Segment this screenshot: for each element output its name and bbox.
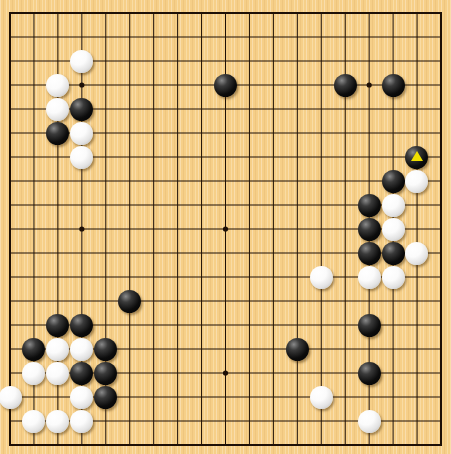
board-intersection [94, 361, 118, 385]
black-stone [358, 218, 381, 241]
board-intersection [70, 385, 94, 409]
board-intersection [213, 73, 237, 97]
white-stone [0, 386, 22, 409]
board-intersection [405, 145, 429, 169]
black-stone [22, 338, 45, 361]
board-intersection [381, 169, 405, 193]
go-board[interactable] [0, 0, 451, 454]
white-stone [405, 170, 428, 193]
board-intersection [357, 361, 381, 385]
black-stone [94, 338, 117, 361]
black-stone [382, 170, 405, 193]
black-stone [358, 242, 381, 265]
black-stone [382, 74, 405, 97]
black-stone [70, 362, 93, 385]
board-intersection [46, 97, 70, 121]
white-stone [70, 386, 93, 409]
board-intersection [381, 73, 405, 97]
white-stone [22, 362, 45, 385]
last-move-triangle-marker [411, 151, 423, 161]
black-stone [358, 362, 381, 385]
board-intersection [357, 241, 381, 265]
board-intersection [22, 337, 46, 361]
board-intersection [70, 313, 94, 337]
board-intersection [70, 97, 94, 121]
board-intersection [70, 361, 94, 385]
white-stone [310, 266, 333, 289]
board-intersection [22, 409, 46, 433]
board-intersection [22, 361, 46, 385]
board-intersection [118, 289, 142, 313]
board-intersection [381, 217, 405, 241]
board-intersection [46, 409, 70, 433]
board-intersection [405, 169, 429, 193]
black-stone [214, 74, 237, 97]
white-stone [382, 266, 405, 289]
black-stone [94, 386, 117, 409]
board-intersection [333, 73, 357, 97]
board-intersection [309, 265, 333, 289]
board-intersection [357, 409, 381, 433]
black-stone [286, 338, 309, 361]
board-intersection [70, 121, 94, 145]
board-intersection [357, 265, 381, 289]
black-stone [334, 74, 357, 97]
white-stone [46, 410, 69, 433]
board-intersection [357, 313, 381, 337]
white-stone [46, 74, 69, 97]
white-stone [70, 410, 93, 433]
white-stone [70, 50, 93, 73]
white-stone [22, 410, 45, 433]
board-intersection [94, 385, 118, 409]
black-stone [70, 314, 93, 337]
white-stone [46, 362, 69, 385]
white-stone [310, 386, 333, 409]
white-stone [46, 98, 69, 121]
black-stone [358, 314, 381, 337]
board-intersection [381, 193, 405, 217]
white-stone [405, 242, 428, 265]
white-stone [70, 122, 93, 145]
black-stone [358, 194, 381, 217]
board-intersection [405, 241, 429, 265]
board-intersection [46, 313, 70, 337]
board-intersection [46, 73, 70, 97]
board-intersection [357, 193, 381, 217]
black-stone [70, 98, 93, 121]
black-stone [382, 242, 405, 265]
board-intersection [70, 145, 94, 169]
board-intersection [285, 337, 309, 361]
board-intersection [46, 361, 70, 385]
board-intersection [46, 121, 70, 145]
board-intersection [46, 337, 70, 361]
board-intersection [357, 217, 381, 241]
board-intersection [381, 241, 405, 265]
white-stone [382, 194, 405, 217]
stones-layer [0, 1, 451, 454]
black-stone [46, 122, 69, 145]
board-intersection [309, 385, 333, 409]
white-stone [358, 266, 381, 289]
white-stone [382, 218, 405, 241]
board-intersection [70, 49, 94, 73]
black-stone [405, 146, 428, 169]
board-intersection [381, 265, 405, 289]
black-stone [94, 362, 117, 385]
black-stone [46, 314, 69, 337]
white-stone [70, 338, 93, 361]
board-intersection [94, 337, 118, 361]
black-stone [118, 290, 141, 313]
white-stone [70, 146, 93, 169]
board-intersection [70, 337, 94, 361]
board-intersection [70, 409, 94, 433]
board-intersection [0, 385, 22, 409]
white-stone [358, 410, 381, 433]
white-stone [46, 338, 69, 361]
